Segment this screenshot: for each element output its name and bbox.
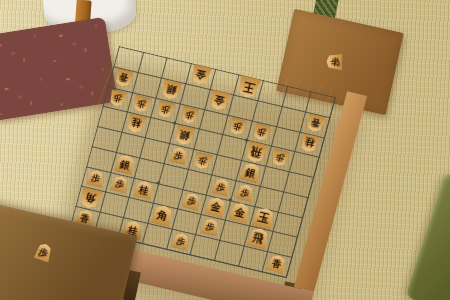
- scene: 歩 金王香銀金香歩歩歩歩歩歩桂桂銀飛歩歩歩銀銀歩歩歩歩桂歩金金玉角角歩飛香桂歩香…: [0, 0, 450, 300]
- shogi-piece-6a[interactable]: 金: [188, 64, 212, 87]
- shogi-piece-5i[interactable]: 歩: [171, 232, 191, 251]
- shogi-piece-9c[interactable]: 歩: [107, 89, 127, 108]
- shogi-piece-1b[interactable]: 香: [304, 114, 325, 134]
- piece-kanji: 歩: [232, 121, 243, 131]
- shogi-piece-9g[interactable]: 歩: [86, 169, 106, 188]
- shogi-piece-4a[interactable]: 王: [235, 74, 261, 99]
- shogi-piece-6d[interactable]: 銀: [172, 124, 195, 146]
- piece-kanji: 香: [117, 72, 128, 83]
- shogi-piece-3e[interactable]: 銀: [239, 161, 262, 183]
- piece-kanji: 歩: [256, 127, 267, 137]
- shogi-piece-3c[interactable]: 歩: [251, 123, 271, 142]
- shogi-piece-5e[interactable]: 歩: [193, 152, 213, 171]
- shogi-piece-3d[interactable]: 飛: [243, 140, 268, 164]
- shogi-piece-5b[interactable]: 金: [207, 90, 231, 113]
- shogi-piece-4c[interactable]: 歩: [227, 117, 247, 136]
- shogi-piece-5g[interactable]: 歩: [182, 192, 202, 211]
- shogi-piece-9b[interactable]: 香: [112, 68, 133, 88]
- shogi-piece-3f[interactable]: 歩: [235, 183, 255, 202]
- piece-kanji: 金: [233, 207, 246, 219]
- piece-kanji: 銀: [178, 129, 190, 141]
- piece-kanji: 歩: [186, 196, 197, 206]
- piece-kanji: 金: [194, 69, 207, 81]
- piece-kanji: 歩: [160, 104, 171, 114]
- shogi-piece-1i[interactable]: 香: [266, 254, 287, 274]
- piece-kanji: 桂: [138, 184, 150, 195]
- piece-kanji: 銀: [165, 83, 177, 95]
- piece-kanji: 歩: [173, 151, 184, 161]
- shogi-piece-6c[interactable]: 歩: [179, 106, 199, 125]
- shogi-piece-7c[interactable]: 歩: [155, 100, 175, 119]
- piece-kanji: 香: [309, 118, 320, 129]
- piece-kanji: 歩: [175, 236, 186, 246]
- shogi-piece-2h[interactable]: 飛: [246, 226, 271, 250]
- piece-kanji: 王: [242, 79, 256, 93]
- piece-kanji: 歩: [37, 247, 49, 259]
- piece-kanji: 角: [155, 209, 168, 222]
- piece-kanji: 歩: [114, 179, 125, 189]
- piece-kanji: 香: [271, 259, 282, 270]
- shogi-piece-3g[interactable]: 金: [228, 201, 252, 224]
- piece-kanji: 金: [213, 94, 226, 106]
- piece-kanji: 歩: [205, 222, 216, 232]
- piece-kanji: 歩: [240, 188, 251, 198]
- shogi-piece-4h[interactable]: 歩: [200, 217, 220, 236]
- shogi-piece-8c[interactable]: 歩: [131, 95, 151, 114]
- shogi-piece-2g[interactable]: 玉: [251, 206, 277, 231]
- shogi-piece-6e[interactable]: 歩: [169, 146, 189, 165]
- shogi-piece-6h[interactable]: 角: [150, 203, 175, 227]
- shogi-piece-7g[interactable]: 桂: [133, 179, 155, 200]
- piece-kanji: 銀: [244, 167, 256, 179]
- piece-kanji: 歩: [90, 174, 101, 184]
- piece-kanji: 角: [84, 191, 97, 204]
- piece-kanji: 歩: [197, 155, 208, 165]
- captured-piece-gote-pawn[interactable]: 歩: [326, 53, 343, 71]
- shogi-piece-8d[interactable]: 桂: [125, 114, 147, 135]
- olive-green-cushion: [405, 172, 450, 300]
- piece-kanji: 飛: [251, 232, 264, 245]
- shogi-piece-8f[interactable]: 銀: [113, 153, 136, 175]
- piece-kanji: 金: [209, 201, 222, 213]
- shogi-piece-4g[interactable]: 金: [204, 195, 228, 218]
- piece-kanji: 歩: [136, 98, 147, 108]
- piece-kanji: 桂: [130, 118, 142, 129]
- shogi-piece-4f[interactable]: 歩: [211, 177, 231, 196]
- piece-kanji: 歩: [216, 182, 227, 192]
- piece-kanji: 歩: [275, 152, 286, 162]
- shogi-piece-1c[interactable]: 桂: [298, 133, 320, 154]
- shogi-piece-8g[interactable]: 歩: [110, 175, 130, 194]
- piece-kanji: 歩: [330, 57, 339, 66]
- shogi-piece-2d[interactable]: 歩: [270, 148, 290, 167]
- captured-piece-sente-pawn[interactable]: 歩: [33, 242, 53, 263]
- piece-kanji: 飛: [250, 145, 263, 158]
- piece-kanji: 歩: [112, 93, 123, 103]
- piece-kanji: 桂: [304, 137, 316, 148]
- piece-kanji: 歩: [184, 110, 195, 120]
- shogi-piece-9h[interactable]: 角: [78, 186, 103, 210]
- piece-kanji: 銀: [119, 158, 131, 170]
- shogi-piece-7b[interactable]: 銀: [159, 79, 182, 101]
- piece-kanji: 玉: [257, 212, 271, 226]
